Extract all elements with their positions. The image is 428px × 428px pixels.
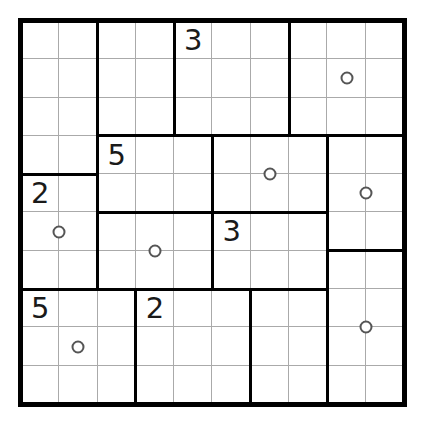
cell-r2c2[interactable] [59,59,97,97]
cell-r10c5[interactable] [174,366,212,404]
cell-r9c5[interactable] [174,327,212,365]
puzzle-board: 352352 [18,18,407,407]
cell-r6c6[interactable] [213,213,251,251]
cell-r1c3[interactable] [98,21,136,59]
cell-r10c1[interactable] [21,366,59,404]
cell-r9c7[interactable] [251,327,289,365]
cell-r3c10[interactable] [366,98,404,136]
cell-r5c6[interactable] [213,174,251,212]
cell-r7c4[interactable] [136,251,174,289]
cell-r10c9[interactable] [327,366,365,404]
cell-r5c7[interactable] [251,174,289,212]
cell-r4c5[interactable] [174,136,212,174]
cell-r6c5[interactable] [174,213,212,251]
cell-r4c9[interactable] [327,136,365,174]
cell-r6c9[interactable] [327,213,365,251]
cell-r6c4[interactable] [136,213,174,251]
cell-r2c8[interactable] [289,59,327,97]
cell-r7c6[interactable] [213,251,251,289]
cell-r2c10[interactable] [366,59,404,97]
cell-r7c8[interactable] [289,251,327,289]
cell-r1c5[interactable] [174,21,212,59]
cell-r6c7[interactable] [251,213,289,251]
cell-r5c4[interactable] [136,174,174,212]
cell-r4c2[interactable] [59,136,97,174]
cell-r1c6[interactable] [213,21,251,59]
cell-r3c2[interactable] [59,98,97,136]
cell-r7c10[interactable] [366,251,404,289]
cell-r7c5[interactable] [174,251,212,289]
cell-r5c3[interactable] [98,174,136,212]
cell-r8c2[interactable] [59,289,97,327]
cell-r10c2[interactable] [59,366,97,404]
cell-r7c9[interactable] [327,251,365,289]
cell-r3c9[interactable] [327,98,365,136]
cell-r2c7[interactable] [251,59,289,97]
cell-r4c1[interactable] [21,136,59,174]
cell-r3c6[interactable] [213,98,251,136]
cell-r6c8[interactable] [289,213,327,251]
cell-r4c4[interactable] [136,136,174,174]
cell-r8c9[interactable] [327,289,365,327]
cell-r7c7[interactable] [251,251,289,289]
cell-r4c8[interactable] [289,136,327,174]
cell-r3c3[interactable] [98,98,136,136]
cell-r9c2[interactable] [59,327,97,365]
cell-r10c8[interactable] [289,366,327,404]
cell-r8c4[interactable] [136,289,174,327]
cell-r8c3[interactable] [98,289,136,327]
cell-r4c6[interactable] [213,136,251,174]
cell-r10c4[interactable] [136,366,174,404]
cell-r6c10[interactable] [366,213,404,251]
cell-r2c9[interactable] [327,59,365,97]
cell-r9c1[interactable] [21,327,59,365]
cell-r9c10[interactable] [366,327,404,365]
cell-r2c5[interactable] [174,59,212,97]
cell-r8c5[interactable] [174,289,212,327]
cell-r3c5[interactable] [174,98,212,136]
cell-r9c9[interactable] [327,327,365,365]
cell-r5c5[interactable] [174,174,212,212]
cell-r7c3[interactable] [98,251,136,289]
cell-r6c3[interactable] [98,213,136,251]
cell-r5c10[interactable] [366,174,404,212]
cell-r8c10[interactable] [366,289,404,327]
cell-r4c10[interactable] [366,136,404,174]
cell-r7c1[interactable] [21,251,59,289]
cell-r5c1[interactable] [21,174,59,212]
cell-r8c8[interactable] [289,289,327,327]
cell-r3c4[interactable] [136,98,174,136]
cell-r9c6[interactable] [213,327,251,365]
cell-r2c4[interactable] [136,59,174,97]
cell-r1c9[interactable] [327,21,365,59]
cell-r3c7[interactable] [251,98,289,136]
cell-r9c3[interactable] [98,327,136,365]
cell-r2c3[interactable] [98,59,136,97]
cell-r3c1[interactable] [21,98,59,136]
cell-r5c9[interactable] [327,174,365,212]
cell-r6c2[interactable] [59,213,97,251]
cell-r9c4[interactable] [136,327,174,365]
cell-r10c10[interactable] [366,366,404,404]
cell-r4c7[interactable] [251,136,289,174]
cell-r2c1[interactable] [21,59,59,97]
cell-r6c1[interactable] [21,213,59,251]
cell-r10c6[interactable] [213,366,251,404]
cell-r4c3[interactable] [98,136,136,174]
cell-r3c8[interactable] [289,98,327,136]
cell-r9c8[interactable] [289,327,327,365]
cell-r8c7[interactable] [251,289,289,327]
cell-r1c10[interactable] [366,21,404,59]
cell-r1c4[interactable] [136,21,174,59]
cell-r5c2[interactable] [59,174,97,212]
cell-r1c2[interactable] [59,21,97,59]
cell-r2c6[interactable] [213,59,251,97]
cell-r1c8[interactable] [289,21,327,59]
cell-r10c7[interactable] [251,366,289,404]
cell-r8c6[interactable] [213,289,251,327]
cell-r1c7[interactable] [251,21,289,59]
cell-r1c1[interactable] [21,21,59,59]
cell-r10c3[interactable] [98,366,136,404]
cell-r7c2[interactable] [59,251,97,289]
cell-r8c1[interactable] [21,289,59,327]
cell-r5c8[interactable] [289,174,327,212]
